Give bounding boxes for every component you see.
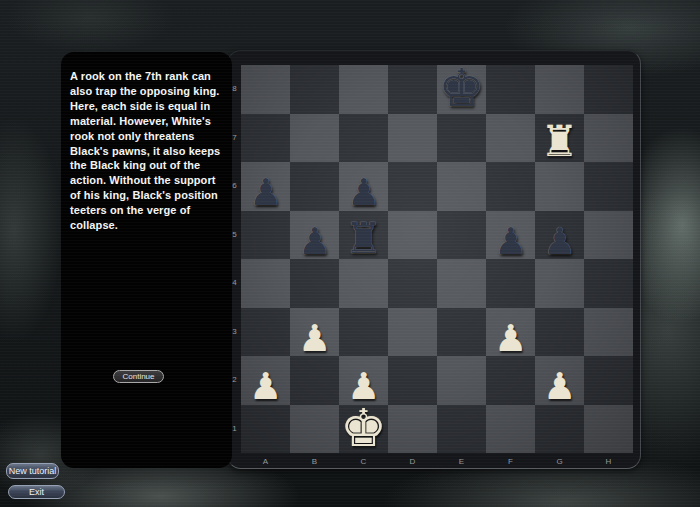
piece-layer: ♚♜♟♟♟♜♟♟♟♟♟♟♟♚ xyxy=(241,65,633,453)
black-pawn-glyph: ♟ xyxy=(347,175,380,210)
file-label-E: E xyxy=(437,456,486,468)
chess-board: ♚♜♟♟♟♜♟♟♟♟♟♟♟♚ 87654321 ABCDEFGH xyxy=(227,50,641,469)
black-king-glyph: ♚ xyxy=(438,64,485,113)
exit-button[interactable]: Exit xyxy=(8,485,65,499)
file-label-F: F xyxy=(486,456,535,468)
file-label-A: A xyxy=(241,456,290,468)
piece-black-pawn-g5[interactable]: ♟ xyxy=(535,211,584,260)
piece-white-pawn-g2[interactable]: ♟ xyxy=(535,356,584,405)
tutorial-panel: A rook on the 7th rank can also trap the… xyxy=(61,52,232,468)
piece-white-pawn-f3[interactable]: ♟ xyxy=(486,308,535,357)
file-label-D: D xyxy=(388,456,437,468)
black-pawn-glyph: ♟ xyxy=(298,224,331,259)
file-label-H: H xyxy=(584,456,633,468)
file-label-C: C xyxy=(339,456,388,468)
piece-white-rook-g7[interactable]: ♜ xyxy=(535,114,584,163)
white-pawn-glyph: ♟ xyxy=(494,321,527,356)
black-pawn-glyph: ♟ xyxy=(494,224,527,259)
black-rook-glyph: ♜ xyxy=(344,218,383,259)
piece-black-pawn-b5[interactable]: ♟ xyxy=(290,211,339,260)
black-pawn-glyph: ♟ xyxy=(543,224,576,259)
continue-button[interactable]: Continue xyxy=(113,370,164,383)
piece-white-king-c1[interactable]: ♚ xyxy=(339,405,388,454)
piece-black-king-e8[interactable]: ♚ xyxy=(437,65,486,114)
white-pawn-glyph: ♟ xyxy=(543,369,576,404)
piece-black-pawn-a6[interactable]: ♟ xyxy=(241,162,290,211)
white-pawn-glyph: ♟ xyxy=(298,321,331,356)
white-king-glyph: ♚ xyxy=(340,404,387,453)
piece-white-pawn-a2[interactable]: ♟ xyxy=(241,356,290,405)
piece-black-pawn-f5[interactable]: ♟ xyxy=(486,211,535,260)
white-rook-glyph: ♜ xyxy=(540,121,579,162)
black-pawn-glyph: ♟ xyxy=(249,175,282,210)
piece-black-pawn-c6[interactable]: ♟ xyxy=(339,162,388,211)
new-tutorial-button[interactable]: New tutorial xyxy=(6,463,59,479)
piece-white-pawn-b3[interactable]: ♟ xyxy=(290,308,339,357)
tutorial-text: A rook on the 7th rank can also trap the… xyxy=(70,69,228,233)
piece-black-rook-c5[interactable]: ♜ xyxy=(339,211,388,260)
white-pawn-glyph: ♟ xyxy=(249,369,282,404)
file-label-G: G xyxy=(535,456,584,468)
file-label-B: B xyxy=(290,456,339,468)
